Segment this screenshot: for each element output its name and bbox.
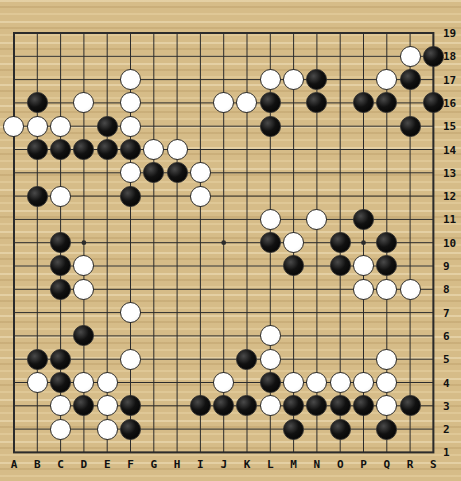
black-stone-N3[interactable]	[306, 395, 327, 416]
board-cell-H2[interactable]	[165, 417, 188, 440]
board-cell-A7[interactable]	[2, 301, 25, 324]
board-cell-D4[interactable]	[72, 371, 95, 394]
board-cell-B8[interactable]	[26, 278, 49, 301]
board-cell-I13[interactable]	[189, 161, 212, 184]
white-stone-E4[interactable]	[97, 372, 118, 393]
board-cell-I10[interactable]	[189, 231, 212, 254]
board-cell-J12[interactable]	[212, 184, 235, 207]
board-cell-K7[interactable]	[235, 301, 258, 324]
board-cell-C17[interactable]	[49, 68, 72, 91]
white-stone-R18[interactable]	[400, 46, 421, 67]
board-cell-J13[interactable]	[212, 161, 235, 184]
board-cell-M15[interactable]	[282, 115, 305, 138]
board-cell-O11[interactable]	[329, 208, 352, 231]
board-cell-Q4[interactable]	[375, 371, 398, 394]
board-cell-C13[interactable]	[49, 161, 72, 184]
black-stone-Q2[interactable]	[376, 419, 397, 440]
board-cell-R3[interactable]	[398, 394, 421, 417]
board-cell-K18[interactable]	[235, 45, 258, 68]
board-cell-P16[interactable]	[352, 91, 375, 114]
board-cell-J9[interactable]	[212, 254, 235, 277]
board-cell-A12[interactable]	[2, 184, 25, 207]
board-cell-C18[interactable]	[49, 45, 72, 68]
white-stone-F5[interactable]	[120, 349, 141, 370]
white-stone-N11[interactable]	[306, 209, 327, 230]
black-stone-R17[interactable]	[400, 69, 421, 90]
board-cell-Q6[interactable]	[375, 324, 398, 347]
board-cell-K13[interactable]	[235, 161, 258, 184]
white-stone-C3[interactable]	[50, 395, 71, 416]
board-cell-L3[interactable]	[259, 394, 282, 417]
board-cell-S2[interactable]	[422, 417, 445, 440]
white-stone-Q5[interactable]	[376, 349, 397, 370]
board-cell-M11[interactable]	[282, 208, 305, 231]
board-cell-S9[interactable]	[422, 254, 445, 277]
board-cell-N9[interactable]	[305, 254, 328, 277]
board-cell-R2[interactable]	[398, 417, 421, 440]
board-cell-I18[interactable]	[189, 45, 212, 68]
board-cell-F14[interactable]	[119, 138, 142, 161]
board-cell-O5[interactable]	[329, 348, 352, 371]
board-cell-Q16[interactable]	[375, 91, 398, 114]
board-cell-R19[interactable]	[398, 21, 421, 44]
board-cell-J5[interactable]	[212, 348, 235, 371]
board-cell-Q7[interactable]	[375, 301, 398, 324]
board-cell-O18[interactable]	[329, 45, 352, 68]
black-stone-P3[interactable]	[353, 395, 374, 416]
board-cell-Q13[interactable]	[375, 161, 398, 184]
board-cell-Q11[interactable]	[375, 208, 398, 231]
board-cell-B16[interactable]	[26, 91, 49, 114]
black-stone-L16[interactable]	[260, 92, 281, 113]
board-cell-J18[interactable]	[212, 45, 235, 68]
white-stone-F13[interactable]	[120, 162, 141, 183]
board-cell-H6[interactable]	[165, 324, 188, 347]
board-cell-Q12[interactable]	[375, 184, 398, 207]
board-cell-I5[interactable]	[189, 348, 212, 371]
board-cell-E18[interactable]	[96, 45, 119, 68]
board-cell-P2[interactable]	[352, 417, 375, 440]
black-stone-J3[interactable]	[213, 395, 234, 416]
board-cell-N8[interactable]	[305, 278, 328, 301]
white-stone-F15[interactable]	[120, 116, 141, 137]
board-cell-C15[interactable]	[49, 115, 72, 138]
board-cell-B15[interactable]	[26, 115, 49, 138]
board-cell-M18[interactable]	[282, 45, 305, 68]
board-cell-K10[interactable]	[235, 231, 258, 254]
white-stone-R8[interactable]	[400, 279, 421, 300]
board-cell-O12[interactable]	[329, 184, 352, 207]
white-stone-L5[interactable]	[260, 349, 281, 370]
black-stone-K3[interactable]	[236, 395, 257, 416]
black-stone-R3[interactable]	[400, 395, 421, 416]
board-cell-H16[interactable]	[165, 91, 188, 114]
board-cell-B10[interactable]	[26, 231, 49, 254]
board-cell-A4[interactable]	[2, 371, 25, 394]
board-cell-D8[interactable]	[72, 278, 95, 301]
board-cell-R5[interactable]	[398, 348, 421, 371]
board-cell-L5[interactable]	[259, 348, 282, 371]
black-stone-H13[interactable]	[167, 162, 188, 183]
board-cell-M14[interactable]	[282, 138, 305, 161]
black-stone-L4[interactable]	[260, 372, 281, 393]
board-cell-F10[interactable]	[119, 231, 142, 254]
white-stone-J16[interactable]	[213, 92, 234, 113]
board-cell-M6[interactable]	[282, 324, 305, 347]
black-stone-G13[interactable]	[143, 162, 164, 183]
white-stone-F17[interactable]	[120, 69, 141, 90]
white-stone-C15[interactable]	[50, 116, 71, 137]
board-cell-R15[interactable]	[398, 115, 421, 138]
board-cell-D2[interactable]	[72, 417, 95, 440]
board-cell-O7[interactable]	[329, 301, 352, 324]
board-cell-Q5[interactable]	[375, 348, 398, 371]
board-cell-M5[interactable]	[282, 348, 305, 371]
board-cell-J11[interactable]	[212, 208, 235, 231]
board-cell-S4[interactable]	[422, 371, 445, 394]
board-cell-N4[interactable]	[305, 371, 328, 394]
board-cell-R4[interactable]	[398, 371, 421, 394]
board-cell-M16[interactable]	[282, 91, 305, 114]
black-stone-C14[interactable]	[50, 139, 71, 160]
board-cell-B3[interactable]	[26, 394, 49, 417]
white-stone-M17[interactable]	[283, 69, 304, 90]
board-cell-M7[interactable]	[282, 301, 305, 324]
board-cell-H14[interactable]	[165, 138, 188, 161]
board-cell-P17[interactable]	[352, 68, 375, 91]
board-cell-N10[interactable]	[305, 231, 328, 254]
board-cell-L14[interactable]	[259, 138, 282, 161]
board-cell-N2[interactable]	[305, 417, 328, 440]
board-cell-S5[interactable]	[422, 348, 445, 371]
board-cell-A10[interactable]	[2, 231, 25, 254]
black-stone-D3[interactable]	[73, 395, 94, 416]
white-stone-H14[interactable]	[167, 139, 188, 160]
board-cell-L15[interactable]	[259, 115, 282, 138]
board-cell-C7[interactable]	[49, 301, 72, 324]
white-stone-B4[interactable]	[27, 372, 48, 393]
board-cell-C9[interactable]	[49, 254, 72, 277]
board-cell-C11[interactable]	[49, 208, 72, 231]
board-cell-I6[interactable]	[189, 324, 212, 347]
board-cell-D12[interactable]	[72, 184, 95, 207]
board-cell-K15[interactable]	[235, 115, 258, 138]
board-cell-P10[interactable]	[352, 231, 375, 254]
board-cell-P13[interactable]	[352, 161, 375, 184]
black-stone-L15[interactable]	[260, 116, 281, 137]
black-stone-Q16[interactable]	[376, 92, 397, 113]
board-cell-F19[interactable]	[119, 21, 142, 44]
board-cell-N13[interactable]	[305, 161, 328, 184]
board-cell-L6[interactable]	[259, 324, 282, 347]
white-stone-K16[interactable]	[236, 92, 257, 113]
board-cell-O10[interactable]	[329, 231, 352, 254]
board-cell-C2[interactable]	[49, 417, 72, 440]
black-stone-S16[interactable]	[423, 92, 444, 113]
board-cell-F5[interactable]	[119, 348, 142, 371]
board-cell-F3[interactable]	[119, 394, 142, 417]
board-cell-L12[interactable]	[259, 184, 282, 207]
board-cell-R12[interactable]	[398, 184, 421, 207]
board-cell-P19[interactable]	[352, 21, 375, 44]
white-stone-P8[interactable]	[353, 279, 374, 300]
board-cell-B5[interactable]	[26, 348, 49, 371]
board-cell-I15[interactable]	[189, 115, 212, 138]
board-cell-S3[interactable]	[422, 394, 445, 417]
board-cell-F4[interactable]	[119, 371, 142, 394]
board-cell-H7[interactable]	[165, 301, 188, 324]
board-cell-P7[interactable]	[352, 301, 375, 324]
black-stone-O10[interactable]	[330, 232, 351, 253]
board-cell-O13[interactable]	[329, 161, 352, 184]
white-stone-B15[interactable]	[27, 116, 48, 137]
board-cell-R6[interactable]	[398, 324, 421, 347]
black-stone-K5[interactable]	[236, 349, 257, 370]
black-stone-C10[interactable]	[50, 232, 71, 253]
board-cell-H13[interactable]	[165, 161, 188, 184]
board-cell-D10[interactable]	[72, 231, 95, 254]
black-stone-M3[interactable]	[283, 395, 304, 416]
board-cell-O14[interactable]	[329, 138, 352, 161]
board-cell-R17[interactable]	[398, 68, 421, 91]
black-stone-E15[interactable]	[97, 116, 118, 137]
board-cell-P9[interactable]	[352, 254, 375, 277]
board-cell-L16[interactable]	[259, 91, 282, 114]
board-cell-E7[interactable]	[96, 301, 119, 324]
board-cell-B9[interactable]	[26, 254, 49, 277]
black-stone-C8[interactable]	[50, 279, 71, 300]
board-cell-O3[interactable]	[329, 394, 352, 417]
black-stone-L10[interactable]	[260, 232, 281, 253]
board-cell-H11[interactable]	[165, 208, 188, 231]
board-cell-B17[interactable]	[26, 68, 49, 91]
board-cell-N15[interactable]	[305, 115, 328, 138]
board-cell-P6[interactable]	[352, 324, 375, 347]
board-cell-H18[interactable]	[165, 45, 188, 68]
board-cell-L19[interactable]	[259, 21, 282, 44]
board-cell-J6[interactable]	[212, 324, 235, 347]
board-cell-H3[interactable]	[165, 394, 188, 417]
board-cell-E12[interactable]	[96, 184, 119, 207]
board-cell-J2[interactable]	[212, 417, 235, 440]
board-cell-O19[interactable]	[329, 21, 352, 44]
board-cell-S15[interactable]	[422, 115, 445, 138]
black-stone-B12[interactable]	[27, 186, 48, 207]
board-cell-E4[interactable]	[96, 371, 119, 394]
white-stone-P9[interactable]	[353, 255, 374, 276]
black-stone-S18[interactable]	[423, 46, 444, 67]
board-cell-F13[interactable]	[119, 161, 142, 184]
board-cell-I17[interactable]	[189, 68, 212, 91]
black-stone-B14[interactable]	[27, 139, 48, 160]
board-cell-L8[interactable]	[259, 278, 282, 301]
board-cell-L9[interactable]	[259, 254, 282, 277]
board-cell-M2[interactable]	[282, 417, 305, 440]
board-cell-O15[interactable]	[329, 115, 352, 138]
board-cell-S18[interactable]	[422, 45, 445, 68]
black-stone-Q9[interactable]	[376, 255, 397, 276]
board-cell-K9[interactable]	[235, 254, 258, 277]
board-cell-M9[interactable]	[282, 254, 305, 277]
board-cell-K3[interactable]	[235, 394, 258, 417]
board-cell-E11[interactable]	[96, 208, 119, 231]
board-cell-J8[interactable]	[212, 278, 235, 301]
board-cell-I3[interactable]	[189, 394, 212, 417]
board-cell-L11[interactable]	[259, 208, 282, 231]
board-cell-R11[interactable]	[398, 208, 421, 231]
black-stone-N17[interactable]	[306, 69, 327, 90]
board-cell-S12[interactable]	[422, 184, 445, 207]
board-cell-G10[interactable]	[142, 231, 165, 254]
board-cell-D17[interactable]	[72, 68, 95, 91]
board-cell-O4[interactable]	[329, 371, 352, 394]
board-cell-Q3[interactable]	[375, 394, 398, 417]
white-stone-C2[interactable]	[50, 419, 71, 440]
board-cell-L13[interactable]	[259, 161, 282, 184]
board-cell-M10[interactable]	[282, 231, 305, 254]
board-cell-E14[interactable]	[96, 138, 119, 161]
board-cell-S19[interactable]	[422, 21, 445, 44]
white-stone-Q17[interactable]	[376, 69, 397, 90]
board-cell-E6[interactable]	[96, 324, 119, 347]
board-cell-K16[interactable]	[235, 91, 258, 114]
board-cell-J10[interactable]	[212, 231, 235, 254]
board-cell-G8[interactable]	[142, 278, 165, 301]
black-stone-P11[interactable]	[353, 209, 374, 230]
white-stone-Q8[interactable]	[376, 279, 397, 300]
black-stone-M2[interactable]	[283, 419, 304, 440]
board-cell-E15[interactable]	[96, 115, 119, 138]
board-cell-J7[interactable]	[212, 301, 235, 324]
board-cell-B14[interactable]	[26, 138, 49, 161]
board-cell-R8[interactable]	[398, 278, 421, 301]
board-cell-G13[interactable]	[142, 161, 165, 184]
board-cell-I11[interactable]	[189, 208, 212, 231]
board-cell-C8[interactable]	[49, 278, 72, 301]
board-cell-H12[interactable]	[165, 184, 188, 207]
board-cell-J17[interactable]	[212, 68, 235, 91]
board-cell-K2[interactable]	[235, 417, 258, 440]
board-cell-G4[interactable]	[142, 371, 165, 394]
board-cell-A14[interactable]	[2, 138, 25, 161]
white-stone-I12[interactable]	[190, 186, 211, 207]
board-cell-B11[interactable]	[26, 208, 49, 231]
board-cell-L18[interactable]	[259, 45, 282, 68]
board-cell-A6[interactable]	[2, 324, 25, 347]
board-cell-B6[interactable]	[26, 324, 49, 347]
board-cell-K8[interactable]	[235, 278, 258, 301]
white-stone-E2[interactable]	[97, 419, 118, 440]
board-cell-S13[interactable]	[422, 161, 445, 184]
board-cell-Q15[interactable]	[375, 115, 398, 138]
board-cell-D13[interactable]	[72, 161, 95, 184]
board-cell-F8[interactable]	[119, 278, 142, 301]
board-cell-N18[interactable]	[305, 45, 328, 68]
board-cell-S6[interactable]	[422, 324, 445, 347]
black-stone-R15[interactable]	[400, 116, 421, 137]
board-cell-F6[interactable]	[119, 324, 142, 347]
board-cell-B12[interactable]	[26, 184, 49, 207]
board-cell-D6[interactable]	[72, 324, 95, 347]
white-stone-M10[interactable]	[283, 232, 304, 253]
black-stone-O9[interactable]	[330, 255, 351, 276]
white-stone-D9[interactable]	[73, 255, 94, 276]
board-cell-A19[interactable]	[2, 21, 25, 44]
black-stone-B5[interactable]	[27, 349, 48, 370]
board-cell-A5[interactable]	[2, 348, 25, 371]
board-cell-S14[interactable]	[422, 138, 445, 161]
board-cell-K14[interactable]	[235, 138, 258, 161]
board-cell-L17[interactable]	[259, 68, 282, 91]
board-cell-H8[interactable]	[165, 278, 188, 301]
board-cell-E2[interactable]	[96, 417, 119, 440]
board-cell-G16[interactable]	[142, 91, 165, 114]
board-cell-J15[interactable]	[212, 115, 235, 138]
board-cell-G2[interactable]	[142, 417, 165, 440]
board-cell-F11[interactable]	[119, 208, 142, 231]
board-cell-Q8[interactable]	[375, 278, 398, 301]
board-cell-O6[interactable]	[329, 324, 352, 347]
white-stone-C12[interactable]	[50, 186, 71, 207]
black-stone-B16[interactable]	[27, 92, 48, 113]
board-cell-F12[interactable]	[119, 184, 142, 207]
board-cell-B19[interactable]	[26, 21, 49, 44]
black-stone-F12[interactable]	[120, 186, 141, 207]
board-cell-Q2[interactable]	[375, 417, 398, 440]
board-cell-L4[interactable]	[259, 371, 282, 394]
white-stone-L17[interactable]	[260, 69, 281, 90]
board-cell-Q9[interactable]	[375, 254, 398, 277]
white-stone-D16[interactable]	[73, 92, 94, 113]
board-cell-N19[interactable]	[305, 21, 328, 44]
board-cell-H19[interactable]	[165, 21, 188, 44]
board-cell-A3[interactable]	[2, 394, 25, 417]
board-cell-N5[interactable]	[305, 348, 328, 371]
board-cell-J16[interactable]	[212, 91, 235, 114]
black-stone-D6[interactable]	[73, 325, 94, 346]
board-cell-E8[interactable]	[96, 278, 119, 301]
board-cell-N11[interactable]	[305, 208, 328, 231]
board-cell-O8[interactable]	[329, 278, 352, 301]
board-cell-L7[interactable]	[259, 301, 282, 324]
white-stone-O4[interactable]	[330, 372, 351, 393]
black-stone-C4[interactable]	[50, 372, 71, 393]
board-cell-D14[interactable]	[72, 138, 95, 161]
board-cell-D5[interactable]	[72, 348, 95, 371]
board-cell-Q19[interactable]	[375, 21, 398, 44]
board-cell-R18[interactable]	[398, 45, 421, 68]
white-stone-D4[interactable]	[73, 372, 94, 393]
board-cell-G14[interactable]	[142, 138, 165, 161]
board-cell-D11[interactable]	[72, 208, 95, 231]
board-cell-A15[interactable]	[2, 115, 25, 138]
white-stone-J4[interactable]	[213, 372, 234, 393]
board-cell-A13[interactable]	[2, 161, 25, 184]
board-cell-F15[interactable]	[119, 115, 142, 138]
board-cell-I12[interactable]	[189, 184, 212, 207]
board-cell-E3[interactable]	[96, 394, 119, 417]
black-stone-F2[interactable]	[120, 419, 141, 440]
board-cell-G18[interactable]	[142, 45, 165, 68]
white-stone-D8[interactable]	[73, 279, 94, 300]
board-cell-G5[interactable]	[142, 348, 165, 371]
board-cell-I9[interactable]	[189, 254, 212, 277]
black-stone-M9[interactable]	[283, 255, 304, 276]
board-cell-N3[interactable]	[305, 394, 328, 417]
board-cell-C10[interactable]	[49, 231, 72, 254]
board-cell-K11[interactable]	[235, 208, 258, 231]
white-stone-Q4[interactable]	[376, 372, 397, 393]
